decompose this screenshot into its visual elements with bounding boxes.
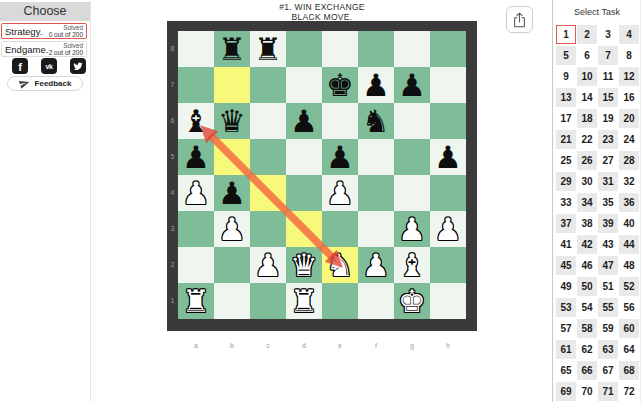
category-strategy[interactable]: Strategy. Solved 0 out of 200 — [1, 23, 87, 39]
square-e1[interactable] — [322, 283, 358, 319]
task-72[interactable]: 72 — [619, 382, 639, 401]
task-55[interactable]: 55 — [598, 298, 618, 317]
square-a5[interactable]: ♟ — [178, 139, 214, 175]
square-e5[interactable]: ♟ — [322, 139, 358, 175]
square-h7[interactable] — [430, 67, 466, 103]
file-label-e: e — [322, 342, 358, 349]
square-c8[interactable]: ♜ — [250, 31, 286, 67]
task-25[interactable]: 25 — [556, 151, 576, 170]
task-12[interactable]: 12 — [619, 67, 639, 86]
task-47[interactable]: 47 — [598, 256, 618, 275]
task-19[interactable]: 19 — [598, 109, 618, 128]
task-15[interactable]: 15 — [598, 88, 618, 107]
rank-label-1: 1 — [167, 297, 178, 304]
white-pawn[interactable]: ♟ — [394, 211, 430, 247]
square-e8[interactable] — [322, 31, 358, 67]
square-c6[interactable] — [250, 103, 286, 139]
white-rook[interactable]: ♜ — [286, 283, 322, 319]
facebook-icon[interactable]: f — [12, 58, 28, 74]
square-d3[interactable] — [286, 211, 322, 247]
square-a6[interactable]: ♝ — [178, 103, 214, 139]
square-d2[interactable]: ♛ — [286, 247, 322, 283]
task-3[interactable]: 3 — [598, 25, 618, 44]
square-g4[interactable] — [394, 175, 430, 211]
task-29[interactable]: 29 — [556, 172, 576, 191]
task-16[interactable]: 16 — [619, 88, 639, 107]
task-24[interactable]: 24 — [619, 130, 639, 149]
task-35[interactable]: 35 — [598, 193, 618, 212]
square-b8[interactable]: ♜ — [214, 31, 250, 67]
task-6[interactable]: 6 — [577, 46, 597, 65]
square-h4[interactable] — [430, 175, 466, 211]
task-22[interactable]: 22 — [577, 130, 597, 149]
task-32[interactable]: 32 — [619, 172, 639, 191]
black-pawn[interactable]: ♟ — [430, 139, 466, 175]
task-20[interactable]: 20 — [619, 109, 639, 128]
task-67[interactable]: 67 — [598, 361, 618, 380]
task-panel: Select Task 1234567891011121314151617181… — [552, 0, 643, 402]
category-strategy-progress: Solved 0 out of 200 — [49, 24, 83, 38]
square-a2[interactable] — [178, 247, 214, 283]
square-f6[interactable]: ♞ — [358, 103, 394, 139]
task-70[interactable]: 70 — [577, 382, 597, 401]
square-g3[interactable]: ♟ — [394, 211, 430, 247]
square-e7[interactable]: ♚ — [322, 67, 358, 103]
file-label-a: a — [178, 342, 214, 349]
task-48[interactable]: 48 — [619, 256, 639, 275]
rank-label-2: 2 — [167, 261, 178, 268]
task-58[interactable]: 58 — [577, 319, 597, 338]
task-49[interactable]: 49 — [556, 277, 576, 296]
square-f5[interactable] — [358, 139, 394, 175]
square-d6[interactable]: ♟ — [286, 103, 322, 139]
task-37[interactable]: 37 — [556, 214, 576, 233]
black-pawn[interactable]: ♟ — [214, 175, 250, 211]
task-4[interactable]: 4 — [619, 25, 639, 44]
square-f1[interactable] — [358, 283, 394, 319]
square-a4[interactable]: ♟ — [178, 175, 214, 211]
task-63[interactable]: 63 — [598, 340, 618, 359]
task-8[interactable]: 8 — [619, 46, 639, 65]
task-1[interactable]: 1 — [556, 25, 576, 44]
chess-trainer-app: Choose Strategy. Solved 0 out of 200 End… — [0, 0, 643, 402]
task-52[interactable]: 52 — [619, 277, 639, 296]
black-pawn[interactable]: ♟ — [358, 67, 394, 103]
square-c3[interactable] — [250, 211, 286, 247]
square-c4[interactable] — [250, 175, 286, 211]
task-69[interactable]: 69 — [556, 382, 576, 401]
task-38[interactable]: 38 — [577, 214, 597, 233]
task-57[interactable]: 57 — [556, 319, 576, 338]
square-d1[interactable]: ♜ — [286, 283, 322, 319]
task-panel-title: Select Task — [553, 7, 641, 17]
square-b2[interactable] — [214, 247, 250, 283]
task-9[interactable]: 9 — [556, 67, 576, 86]
square-e4[interactable]: ♟ — [322, 175, 358, 211]
task-62[interactable]: 62 — [577, 340, 597, 359]
share-icon — [512, 11, 527, 29]
square-a8[interactable] — [178, 31, 214, 67]
square-c2[interactable]: ♟ — [250, 247, 286, 283]
task-34[interactable]: 34 — [577, 193, 597, 212]
task-60[interactable]: 60 — [619, 319, 639, 338]
white-pawn[interactable]: ♟ — [322, 175, 358, 211]
social-row: f vk — [12, 58, 86, 74]
rank-label-5: 5 — [167, 153, 178, 160]
square-f4[interactable] — [358, 175, 394, 211]
file-label-f: f — [358, 342, 394, 349]
white-queen[interactable]: ♛ — [286, 247, 322, 283]
white-king[interactable]: ♚ — [394, 283, 430, 319]
black-rook[interactable]: ♜ — [250, 31, 286, 67]
right-edge-line — [640, 0, 641, 402]
task-56[interactable]: 56 — [619, 298, 639, 317]
task-10[interactable]: 10 — [577, 67, 597, 86]
rank-label-4: 4 — [167, 189, 178, 196]
category-endgame[interactable]: Endgame. Solved 2 out of 200 — [1, 41, 87, 57]
black-knight[interactable]: ♞ — [358, 103, 394, 139]
square-h8[interactable] — [430, 31, 466, 67]
task-7[interactable]: 7 — [598, 46, 618, 65]
task-14[interactable]: 14 — [577, 88, 597, 107]
file-label-d: d — [286, 342, 322, 349]
square-g8[interactable] — [394, 31, 430, 67]
square-g5[interactable] — [394, 139, 430, 175]
task-64[interactable]: 64 — [619, 340, 639, 359]
square-d8[interactable] — [286, 31, 322, 67]
category-endgame-progress: Solved 2 out of 200 — [49, 42, 83, 56]
square-h3[interactable]: ♟ — [430, 211, 466, 247]
task-65[interactable]: 65 — [556, 361, 576, 380]
task-26[interactable]: 26 — [577, 151, 597, 170]
square-a7[interactable] — [178, 67, 214, 103]
board-squares: ♜♜♚♟♟♝♛♟♞♟♟♟♟♟♟♟♟♟♟♛♞♟♝♜♜♚ — [178, 31, 466, 319]
rank-label-8: 8 — [167, 45, 178, 52]
square-c1[interactable] — [250, 283, 286, 319]
square-f3[interactable] — [358, 211, 394, 247]
task-71[interactable]: 71 — [598, 382, 618, 401]
square-b6[interactable]: ♛ — [214, 103, 250, 139]
task-51[interactable]: 51 — [598, 277, 618, 296]
square-g2[interactable]: ♝ — [394, 247, 430, 283]
square-b5[interactable] — [214, 139, 250, 175]
white-pawn[interactable]: ♟ — [430, 211, 466, 247]
task-30[interactable]: 30 — [577, 172, 597, 191]
task-17[interactable]: 17 — [556, 109, 576, 128]
square-e3[interactable] — [322, 211, 358, 247]
square-g7[interactable]: ♟ — [394, 67, 430, 103]
square-g6[interactable] — [394, 103, 430, 139]
task-45[interactable]: 45 — [556, 256, 576, 275]
vk-icon[interactable]: vk — [41, 58, 57, 74]
task-5[interactable]: 5 — [556, 46, 576, 65]
rank-label-7: 7 — [167, 81, 178, 88]
square-h2[interactable] — [430, 247, 466, 283]
task-59[interactable]: 59 — [598, 319, 618, 338]
file-label-c: c — [250, 342, 286, 349]
rank-label-3: 3 — [167, 225, 178, 232]
black-pawn[interactable]: ♟ — [322, 139, 358, 175]
square-f2[interactable]: ♟ — [358, 247, 394, 283]
paper-plane-icon — [19, 78, 30, 89]
task-41[interactable]: 41 — [556, 235, 576, 254]
task-54[interactable]: 54 — [577, 298, 597, 317]
square-f7[interactable]: ♟ — [358, 67, 394, 103]
task-61[interactable]: 61 — [556, 340, 576, 359]
square-e2[interactable]: ♞ — [322, 247, 358, 283]
black-rook[interactable]: ♜ — [214, 31, 250, 67]
square-h1[interactable] — [430, 283, 466, 319]
task-28[interactable]: 28 — [619, 151, 639, 170]
file-label-h: h — [430, 342, 466, 349]
black-king[interactable]: ♚ — [322, 67, 358, 103]
black-pawn[interactable]: ♟ — [286, 103, 322, 139]
task-40[interactable]: 40 — [619, 214, 639, 233]
task-23[interactable]: 23 — [598, 130, 618, 149]
category-endgame-label: Endgame. — [5, 44, 48, 55]
task-18[interactable]: 18 — [577, 109, 597, 128]
square-f8[interactable] — [358, 31, 394, 67]
task-43[interactable]: 43 — [598, 235, 618, 254]
task-39[interactable]: 39 — [598, 214, 618, 233]
task-36[interactable]: 36 — [619, 193, 639, 212]
task-44[interactable]: 44 — [619, 235, 639, 254]
file-label-b: b — [214, 342, 250, 349]
square-d5[interactable] — [286, 139, 322, 175]
square-a1[interactable]: ♜ — [178, 283, 214, 319]
rank-label-6: 6 — [167, 117, 178, 124]
white-bishop[interactable]: ♝ — [394, 247, 430, 283]
task-2[interactable]: 2 — [577, 25, 597, 44]
twitter-icon[interactable] — [70, 58, 86, 74]
chess-board: ♜♜♚♟♟♝♛♟♞♟♟♟♟♟♟♟♟♟♟♛♞♟♝♜♜♚ 87654321abcde… — [167, 21, 477, 331]
task-50[interactable]: 50 — [577, 277, 597, 296]
white-knight[interactable]: ♞ — [322, 247, 358, 283]
square-b4[interactable]: ♟ — [214, 175, 250, 211]
task-21[interactable]: 21 — [556, 130, 576, 149]
square-b7[interactable] — [214, 67, 250, 103]
task-53[interactable]: 53 — [556, 298, 576, 317]
square-e6[interactable] — [322, 103, 358, 139]
black-bishop[interactable]: ♝ — [178, 103, 214, 139]
square-d7[interactable] — [286, 67, 322, 103]
square-a3[interactable] — [178, 211, 214, 247]
square-b1[interactable] — [214, 283, 250, 319]
square-c5[interactable] — [250, 139, 286, 175]
feedback-label: Feedback — [35, 79, 72, 88]
task-66[interactable]: 66 — [577, 361, 597, 380]
square-h5[interactable]: ♟ — [430, 139, 466, 175]
white-pawn[interactable]: ♟ — [250, 247, 286, 283]
task-68[interactable]: 68 — [619, 361, 639, 380]
white-rook[interactable]: ♜ — [178, 283, 214, 319]
task-grid: 1234567891011121314151617181920212223242… — [556, 25, 639, 401]
square-g1[interactable]: ♚ — [394, 283, 430, 319]
task-13[interactable]: 13 — [556, 88, 576, 107]
feedback-button[interactable]: Feedback — [7, 76, 83, 91]
task-31[interactable]: 31 — [598, 172, 618, 191]
choose-header: Choose — [0, 2, 90, 21]
square-h6[interactable] — [430, 103, 466, 139]
puzzle-title: #1. WIN EXCHANGE BLACK MOVE. — [167, 3, 477, 22]
share-button[interactable] — [506, 6, 533, 33]
file-label-g: g — [394, 342, 430, 349]
white-pawn[interactable]: ♟ — [214, 211, 250, 247]
black-pawn[interactable]: ♟ — [178, 139, 214, 175]
category-strategy-label: Strategy. — [5, 26, 42, 37]
task-33[interactable]: 33 — [556, 193, 576, 212]
black-queen[interactable]: ♛ — [214, 103, 250, 139]
left-sidebar: Choose Strategy. Solved 0 out of 200 End… — [0, 0, 91, 402]
white-pawn[interactable]: ♟ — [358, 247, 394, 283]
black-pawn[interactable]: ♟ — [394, 67, 430, 103]
square-d4[interactable] — [286, 175, 322, 211]
white-pawn[interactable]: ♟ — [178, 175, 214, 211]
square-b3[interactable]: ♟ — [214, 211, 250, 247]
task-27[interactable]: 27 — [598, 151, 618, 170]
task-11[interactable]: 11 — [598, 67, 618, 86]
task-46[interactable]: 46 — [577, 256, 597, 275]
square-c7[interactable] — [250, 67, 286, 103]
task-42[interactable]: 42 — [577, 235, 597, 254]
